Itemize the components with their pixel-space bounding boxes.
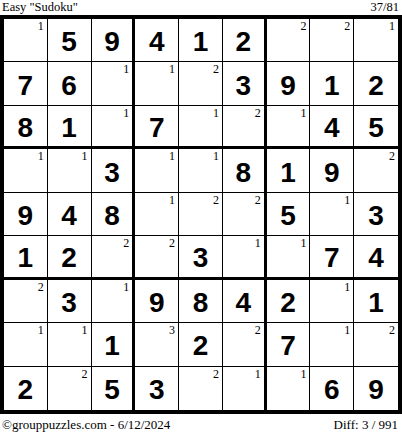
- hint-number: 1: [213, 149, 219, 163]
- cell-r7c3[interactable]: 1: [92, 280, 136, 323]
- cell-r5c9[interactable]: 3: [354, 193, 398, 236]
- cell-r9c2[interactable]: 2: [48, 367, 92, 410]
- cell-r4c9[interactable]: 2: [354, 149, 398, 192]
- cell-digit: 4: [368, 238, 384, 274]
- cell-digit: 5: [61, 22, 77, 58]
- cell-digit: 1: [368, 283, 384, 319]
- cell-r2c5[interactable]: 2: [179, 62, 223, 105]
- hint-number: 2: [169, 236, 175, 250]
- cell-r6c6[interactable]: 1: [223, 236, 267, 279]
- cell-r4c7[interactable]: 1: [267, 149, 311, 192]
- cell-digit: 1: [104, 326, 120, 362]
- cell-r6c1[interactable]: 1: [4, 236, 48, 279]
- difficulty-text: Diff: 3 / 991: [334, 417, 398, 433]
- cell-r3c7[interactable]: 1: [267, 106, 311, 149]
- filled-counter: 37/81: [371, 0, 399, 14]
- cell-digit: 3: [235, 66, 251, 102]
- cell-r8c9[interactable]: 2: [354, 323, 398, 366]
- hint-number: 1: [255, 367, 261, 381]
- cell-digit: 7: [280, 326, 296, 362]
- cell-r9c3[interactable]: 5: [92, 367, 136, 410]
- cell-r9c1[interactable]: 2: [4, 367, 48, 410]
- cell-r8c8[interactable]: 1: [310, 323, 354, 366]
- cell-r6c3[interactable]: 2: [92, 236, 136, 279]
- cell-digit: 8: [104, 196, 120, 232]
- header: Easy "Sudoku" 37/81: [0, 0, 402, 15]
- cell-r7c4[interactable]: 9: [135, 280, 179, 323]
- cell-r4c5[interactable]: 1: [179, 149, 223, 192]
- hint-number: 1: [255, 236, 261, 250]
- cell-r2c6[interactable]: 3: [223, 62, 267, 105]
- hint-number: 1: [38, 19, 44, 33]
- cell-r2c9[interactable]: 2: [354, 62, 398, 105]
- cell-digit: 9: [280, 66, 296, 102]
- hint-number: 1: [300, 106, 306, 120]
- sudoku-grid: 1594122217611239128117121451131181929481…: [0, 15, 402, 414]
- hint-number: 2: [255, 323, 261, 337]
- cell-r3c3[interactable]: 1: [92, 106, 136, 149]
- cell-digit: 4: [61, 196, 77, 232]
- hint-number: 2: [344, 19, 350, 33]
- cell-r2c7[interactable]: 9: [267, 62, 311, 105]
- cell-r4c1[interactable]: 1: [4, 149, 48, 192]
- cell-r9c5[interactable]: 2: [179, 367, 223, 410]
- cell-r6c9[interactable]: 4: [354, 236, 398, 279]
- cell-digit: 5: [280, 196, 296, 232]
- cell-digit: 9: [18, 196, 34, 232]
- cell-r5c5[interactable]: 2: [179, 193, 223, 236]
- hint-number: 1: [300, 236, 306, 250]
- hint-number: 1: [82, 323, 88, 337]
- cell-r2c2[interactable]: 6: [48, 62, 92, 105]
- cell-r8c1[interactable]: 1: [4, 323, 48, 366]
- cell-r4c3[interactable]: 3: [92, 149, 136, 192]
- cell-r6c5[interactable]: 3: [179, 236, 223, 279]
- cell-r3c2[interactable]: 1: [48, 106, 92, 149]
- hint-number: 1: [169, 62, 175, 76]
- cell-r2c8[interactable]: 1: [310, 62, 354, 105]
- hint-number: 1: [169, 193, 175, 207]
- cell-digit: 4: [149, 22, 165, 58]
- cell-r3c9[interactable]: 5: [354, 106, 398, 149]
- cell-r8c6[interactable]: 2: [223, 323, 267, 366]
- cell-digit: 3: [149, 370, 165, 406]
- cell-r7c1[interactable]: 2: [4, 280, 48, 323]
- cell-r5c8[interactable]: 1: [310, 193, 354, 236]
- hint-number: 1: [38, 149, 44, 163]
- cell-r6c2[interactable]: 2: [48, 236, 92, 279]
- hint-number: 1: [213, 106, 219, 120]
- cell-r2c3[interactable]: 1: [92, 62, 136, 105]
- cell-r7c2[interactable]: 3: [48, 280, 92, 323]
- cell-digit: 3: [368, 196, 384, 232]
- cell-r5c3[interactable]: 8: [92, 193, 136, 236]
- hint-number: 1: [300, 367, 306, 381]
- cell-digit: 3: [193, 238, 209, 274]
- cell-r5c7[interactable]: 5: [267, 193, 311, 236]
- hint-number: 3: [169, 323, 175, 337]
- cell-r1c3[interactable]: 9: [92, 19, 136, 62]
- hint-number: 1: [123, 280, 129, 294]
- hint-number: 1: [344, 193, 350, 207]
- cell-r1c6[interactable]: 2: [223, 19, 267, 62]
- cell-digit: 1: [193, 22, 209, 58]
- hint-number: 2: [213, 193, 219, 207]
- hint-number: 1: [344, 280, 350, 294]
- hint-number: 2: [213, 367, 219, 381]
- cell-digit: 8: [18, 108, 34, 144]
- cell-r4c8[interactable]: 9: [310, 149, 354, 192]
- cell-r9c7[interactable]: 1: [267, 367, 311, 410]
- hint-number: 2: [38, 280, 44, 294]
- cell-r6c7[interactable]: 1: [267, 236, 311, 279]
- cell-r8c7[interactable]: 7: [267, 323, 311, 366]
- cell-r7c8[interactable]: 1: [310, 280, 354, 323]
- cell-digit: 6: [324, 370, 340, 406]
- cell-r7c7[interactable]: 2: [267, 280, 311, 323]
- cell-r5c6[interactable]: 2: [223, 193, 267, 236]
- cell-r9c6[interactable]: 1: [223, 367, 267, 410]
- cell-digit: 2: [61, 238, 77, 274]
- cell-r2c4[interactable]: 1: [135, 62, 179, 105]
- cell-digit: 2: [193, 326, 209, 362]
- cell-r4c6[interactable]: 8: [223, 149, 267, 192]
- hint-number: 1: [169, 149, 175, 163]
- cell-r8c5[interactable]: 2: [179, 323, 223, 366]
- credit-text: ©grouppuzzles.com - 6/12/2024: [2, 417, 170, 433]
- cell-r9c8[interactable]: 6: [310, 367, 354, 410]
- cell-digit: 8: [235, 153, 251, 189]
- cell-r3c4[interactable]: 7: [135, 106, 179, 149]
- cell-digit: 2: [368, 66, 384, 102]
- page-title: Easy "Sudoku": [2, 0, 78, 14]
- cell-r9c9[interactable]: 9: [354, 367, 398, 410]
- cell-r7c6[interactable]: 4: [223, 280, 267, 323]
- cell-r1c9[interactable]: 1: [354, 19, 398, 62]
- cell-digit: 4: [235, 283, 251, 319]
- cell-digit: 5: [368, 108, 384, 144]
- hint-number: 2: [300, 19, 306, 33]
- cell-digit: 9: [324, 153, 340, 189]
- hint-number: 1: [123, 62, 129, 76]
- cell-digit: 5: [104, 370, 120, 406]
- cell-digit: 2: [280, 283, 296, 319]
- hint-number: 1: [389, 19, 395, 33]
- cell-r5c4[interactable]: 1: [135, 193, 179, 236]
- cell-r6c8[interactable]: 7: [310, 236, 354, 279]
- cell-r3c5[interactable]: 1: [179, 106, 223, 149]
- cell-r8c4[interactable]: 3: [135, 323, 179, 366]
- cell-r1c4[interactable]: 4: [135, 19, 179, 62]
- cell-digit: 3: [104, 153, 120, 189]
- cell-r3c1[interactable]: 8: [4, 106, 48, 149]
- cell-r9c4[interactable]: 3: [135, 367, 179, 410]
- cell-digit: 9: [104, 22, 120, 58]
- cell-r2c1[interactable]: 7: [4, 62, 48, 105]
- cell-r5c2[interactable]: 4: [48, 193, 92, 236]
- footer: ©grouppuzzles.com - 6/12/2024 Diff: 3 / …: [0, 414, 402, 437]
- cell-digit: 8: [193, 283, 209, 319]
- sudoku-page: Easy "Sudoku" 37/81 15941222176112391281…: [0, 0, 402, 437]
- cell-digit: 1: [324, 66, 340, 102]
- cell-digit: 2: [18, 370, 34, 406]
- hint-number: 2: [389, 149, 395, 163]
- hint-number: 2: [123, 236, 129, 250]
- cell-digit: 9: [149, 283, 165, 319]
- cell-r6c4[interactable]: 2: [135, 236, 179, 279]
- cell-r1c1[interactable]: 1: [4, 19, 48, 62]
- cell-digit: 1: [18, 238, 34, 274]
- cell-r7c9[interactable]: 1: [354, 280, 398, 323]
- cell-r4c4[interactable]: 1: [135, 149, 179, 192]
- cell-digit: 1: [61, 108, 77, 144]
- cell-r8c3[interactable]: 1: [92, 323, 136, 366]
- hint-number: 1: [38, 323, 44, 337]
- cell-digit: 6: [61, 66, 77, 102]
- hint-number: 1: [82, 149, 88, 163]
- cell-r1c8[interactable]: 2: [310, 19, 354, 62]
- hint-number: 2: [255, 193, 261, 207]
- cell-r8c2[interactable]: 1: [48, 323, 92, 366]
- hint-number: 2: [255, 106, 261, 120]
- cell-digit: 4: [324, 108, 340, 144]
- hint-number: 2: [82, 367, 88, 381]
- cell-digit: 1: [280, 153, 296, 189]
- cell-digit: 7: [18, 66, 34, 102]
- cell-r4c2[interactable]: 1: [48, 149, 92, 192]
- hint-number: 2: [213, 62, 219, 76]
- cell-r1c2[interactable]: 5: [48, 19, 92, 62]
- cell-r7c5[interactable]: 8: [179, 280, 223, 323]
- cell-digit: 7: [324, 238, 340, 274]
- cell-r1c5[interactable]: 1: [179, 19, 223, 62]
- cell-r5c1[interactable]: 9: [4, 193, 48, 236]
- cell-r3c8[interactable]: 4: [310, 106, 354, 149]
- hint-number: 1: [344, 323, 350, 337]
- hint-number: 2: [389, 323, 395, 337]
- hint-number: 1: [123, 106, 129, 120]
- cell-digit: 9: [368, 370, 384, 406]
- cell-r3c6[interactable]: 2: [223, 106, 267, 149]
- cell-r1c7[interactable]: 2: [267, 19, 311, 62]
- cell-digit: 3: [61, 283, 77, 319]
- cell-digit: 2: [235, 22, 251, 58]
- cell-digit: 7: [149, 108, 165, 144]
